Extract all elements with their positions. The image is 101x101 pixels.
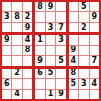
cell-r6c6[interactable]: 5 <box>56 56 65 65</box>
cell-r3c1[interactable] <box>2 23 11 32</box>
cell-r5c7[interactable]: 9 <box>69 46 78 55</box>
cell-r6c2[interactable] <box>12 56 21 65</box>
cell-r4c3[interactable]: 4 <box>23 35 32 44</box>
cell-r1c8[interactable]: 5 <box>79 2 88 11</box>
cell-r9c3[interactable] <box>23 90 32 99</box>
cell-r2c6[interactable] <box>56 12 65 21</box>
cell-r5c2[interactable] <box>12 46 21 55</box>
cell-r7c5[interactable]: 5 <box>46 69 55 78</box>
cell-r7c1[interactable] <box>2 69 11 78</box>
cell-r5c4[interactable] <box>35 46 44 55</box>
cell-r2c7[interactable] <box>69 12 78 21</box>
cell-r6c8[interactable] <box>79 56 88 65</box>
box-4: 948 <box>2 35 32 65</box>
cell-r5c6[interactable] <box>56 46 65 55</box>
cell-r1c1[interactable] <box>2 2 11 11</box>
cell-r4c6[interactable]: 3 <box>56 35 65 44</box>
cell-r4c2[interactable] <box>12 35 21 44</box>
cell-r1c4[interactable]: 8 <box>35 2 44 11</box>
cell-r5c1[interactable] <box>2 46 11 55</box>
cell-r8c1[interactable]: 6 <box>2 79 11 88</box>
box-2: 8937 <box>35 2 65 32</box>
cell-r8c4[interactable] <box>35 79 44 88</box>
box-6: 947 <box>69 35 99 65</box>
cell-r6c4[interactable]: 9 <box>35 56 44 65</box>
cell-r4c8[interactable] <box>79 35 88 44</box>
cell-r9c8[interactable] <box>79 90 88 99</box>
cell-r6c5[interactable] <box>46 56 55 65</box>
cell-r3c3[interactable]: 9 <box>23 23 32 32</box>
box-9: 8534 <box>69 69 99 99</box>
box-3: 592 <box>69 2 99 32</box>
cell-r3c7[interactable] <box>69 23 78 32</box>
cell-r9c5[interactable]: 1 <box>46 90 55 99</box>
cell-r7c8[interactable] <box>79 69 88 78</box>
cell-r1c6[interactable] <box>56 2 65 11</box>
cell-r1c9[interactable] <box>90 2 99 11</box>
cell-r9c9[interactable] <box>90 90 99 99</box>
cell-r1c7[interactable] <box>69 2 78 11</box>
cell-r7c9[interactable] <box>90 69 99 78</box>
cell-r1c2[interactable] <box>12 2 21 11</box>
cell-r3c8[interactable]: 2 <box>79 23 88 32</box>
box-7: 264 <box>2 69 32 99</box>
cell-r5c5[interactable] <box>46 46 55 55</box>
cell-r7c3[interactable] <box>23 69 32 78</box>
cell-r7c4[interactable]: 6 <box>35 69 44 78</box>
cell-r9c6[interactable]: 9 <box>56 90 65 99</box>
box-8: 6519 <box>35 69 65 99</box>
cell-r8c8[interactable]: 3 <box>79 79 88 88</box>
cell-r7c2[interactable]: 2 <box>12 69 21 78</box>
cell-r9c4[interactable] <box>35 90 44 99</box>
cell-r8c2[interactable] <box>12 79 21 88</box>
cell-r4c9[interactable] <box>90 35 99 44</box>
cell-r2c2[interactable]: 8 <box>12 12 21 21</box>
cell-r1c5[interactable]: 9 <box>46 2 55 11</box>
cell-r6c7[interactable]: 4 <box>69 56 78 65</box>
cell-r4c5[interactable] <box>46 35 55 44</box>
cell-r8c9[interactable]: 4 <box>90 79 99 88</box>
cell-r7c6[interactable] <box>56 69 65 78</box>
cell-r9c1[interactable] <box>2 90 11 99</box>
cell-r3c4[interactable] <box>35 23 44 32</box>
cell-r2c1[interactable]: 3 <box>2 12 11 21</box>
cell-r2c8[interactable] <box>79 12 88 21</box>
cell-r2c5[interactable] <box>46 12 55 21</box>
cell-r5c8[interactable] <box>79 46 88 55</box>
cell-r3c9[interactable] <box>90 23 99 32</box>
cell-r2c3[interactable]: 2 <box>23 12 32 21</box>
cell-r2c4[interactable] <box>35 12 44 21</box>
cell-r4c1[interactable]: 9 <box>2 35 11 44</box>
cell-r6c1[interactable] <box>2 56 11 65</box>
cell-r9c7[interactable] <box>69 90 78 99</box>
cell-r5c9[interactable] <box>90 46 99 55</box>
cell-r8c7[interactable]: 5 <box>69 79 78 88</box>
sudoku-board: 38298937592948139594726465198534 <box>0 0 101 101</box>
cell-r6c3[interactable] <box>23 56 32 65</box>
cell-r8c6[interactable] <box>56 79 65 88</box>
cell-r8c5[interactable] <box>46 79 55 88</box>
cell-r4c4[interactable]: 1 <box>35 35 44 44</box>
cell-r2c9[interactable]: 9 <box>90 12 99 21</box>
cell-r3c5[interactable]: 3 <box>46 23 55 32</box>
cell-r3c2[interactable] <box>12 23 21 32</box>
box-1: 3829 <box>2 2 32 32</box>
cell-r1c3[interactable] <box>23 2 32 11</box>
cell-r7c7[interactable]: 8 <box>69 69 78 78</box>
cell-r9c2[interactable]: 4 <box>12 90 21 99</box>
cell-r8c3[interactable] <box>23 79 32 88</box>
cell-r6c9[interactable]: 7 <box>90 56 99 65</box>
cell-r3c6[interactable]: 7 <box>56 23 65 32</box>
cell-r5c3[interactable]: 8 <box>23 46 32 55</box>
box-5: 1395 <box>35 35 65 65</box>
cell-r4c7[interactable] <box>69 35 78 44</box>
